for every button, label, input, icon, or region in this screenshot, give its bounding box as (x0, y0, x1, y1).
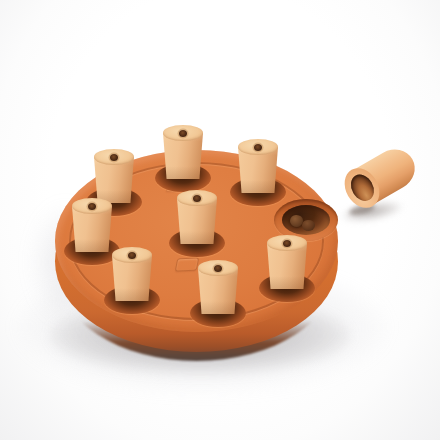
peg-scent-hole (110, 154, 118, 161)
peg-scent-hole (88, 203, 96, 210)
peg-scent-hole (254, 144, 262, 151)
peg-N[interactable] (162, 124, 204, 180)
product-photo-scene (0, 0, 440, 440)
peg-scent-hole (128, 252, 136, 259)
peg-scent-hole (179, 130, 187, 137)
peg-NE[interactable] (237, 138, 279, 194)
peg-scent-hole (214, 265, 222, 272)
peg-center[interactable] (176, 189, 218, 245)
peg-SE[interactable] (266, 234, 308, 290)
peg-scent-hole (283, 240, 291, 247)
peg-S[interactable] (197, 259, 239, 315)
treat-kibble[interactable] (302, 220, 315, 231)
peg-scent-hole (193, 195, 201, 202)
peg-SW[interactable] (111, 246, 153, 302)
peg-NW[interactable] (93, 148, 135, 204)
removed-peg[interactable] (338, 136, 434, 228)
peg-W[interactable] (71, 197, 113, 253)
